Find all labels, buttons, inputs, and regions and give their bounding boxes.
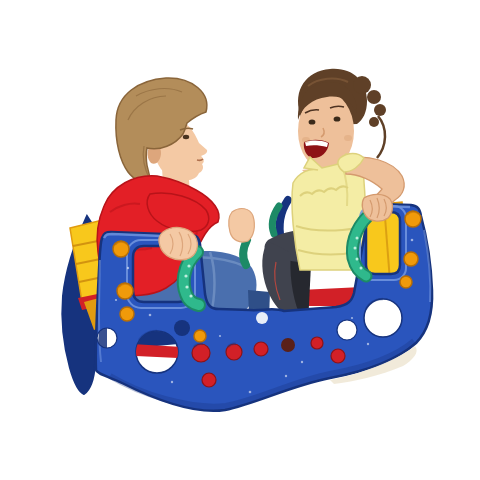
porthole-mid — [256, 312, 268, 324]
product-photo — [0, 0, 480, 480]
porthole-red-2 — [202, 373, 216, 387]
boy-far-hand — [229, 209, 255, 242]
rocking-boat-scene — [0, 0, 480, 480]
porthole-red-6 — [331, 349, 345, 363]
porthole-white — [337, 320, 357, 340]
porthole-red-5 — [311, 337, 323, 349]
girl-eye-left — [309, 119, 316, 124]
porthole-shadowed — [281, 338, 295, 352]
porthole-red-4 — [254, 342, 268, 356]
girl-eye-right — [334, 116, 341, 121]
porthole-dark — [174, 320, 190, 336]
boy-far-handle — [243, 240, 247, 265]
boy-eye — [183, 135, 189, 139]
